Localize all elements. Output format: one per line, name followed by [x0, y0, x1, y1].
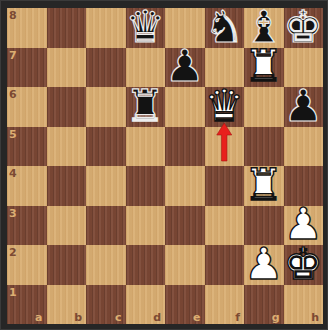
square-e7[interactable]: ♟: [165, 48, 205, 88]
square-f4[interactable]: [205, 166, 245, 206]
square-h8[interactable]: ♚: [284, 8, 324, 48]
piece-white-king-h2[interactable]: ♚: [284, 245, 324, 285]
file-label-d: d: [153, 312, 161, 323]
square-a1[interactable]: 1a: [7, 285, 47, 325]
square-b4[interactable]: [47, 166, 87, 206]
square-f5[interactable]: [205, 127, 245, 167]
square-h1[interactable]: h: [284, 285, 324, 325]
piece-black-knight-f8[interactable]: ♞: [205, 8, 245, 48]
square-g4[interactable]: ♜: [244, 166, 284, 206]
file-label-c: c: [115, 312, 122, 323]
piece-white-rook-g4[interactable]: ♜: [244, 166, 284, 206]
square-c8[interactable]: [86, 8, 126, 48]
square-h5[interactable]: [284, 127, 324, 167]
square-e1[interactable]: e: [165, 285, 205, 325]
rank-label-7: 7: [9, 50, 17, 61]
square-b5[interactable]: [47, 127, 87, 167]
rank-label-4: 4: [9, 168, 17, 179]
square-c6[interactable]: [86, 87, 126, 127]
square-d2[interactable]: [126, 245, 166, 285]
square-a3[interactable]: 3: [7, 206, 47, 246]
square-g1[interactable]: g: [244, 285, 284, 325]
square-g6[interactable]: [244, 87, 284, 127]
square-a8[interactable]: 8: [7, 8, 47, 48]
square-f2[interactable]: [205, 245, 245, 285]
piece-black-queen-d8[interactable]: ♛: [126, 8, 166, 48]
rank-label-5: 5: [9, 129, 17, 140]
piece-black-rook-d6[interactable]: ♜: [126, 87, 166, 127]
rank-label-3: 3: [9, 208, 17, 219]
piece-black-king-h8[interactable]: ♚: [284, 8, 324, 48]
square-d5[interactable]: [126, 127, 166, 167]
square-g2[interactable]: ♟: [244, 245, 284, 285]
piece-black-pawn-e7[interactable]: ♟: [165, 48, 205, 88]
square-e6[interactable]: [165, 87, 205, 127]
square-c7[interactable]: [86, 48, 126, 88]
square-a6[interactable]: 6: [7, 87, 47, 127]
square-e2[interactable]: [165, 245, 205, 285]
square-e4[interactable]: [165, 166, 205, 206]
rank-label-6: 6: [9, 89, 17, 100]
file-label-b: b: [74, 312, 82, 323]
square-b7[interactable]: [47, 48, 87, 88]
file-label-e: e: [193, 312, 200, 323]
square-b2[interactable]: [47, 245, 87, 285]
file-label-a: a: [35, 312, 42, 323]
square-d1[interactable]: d: [126, 285, 166, 325]
square-a5[interactable]: 5: [7, 127, 47, 167]
square-f6[interactable]: ♛: [205, 87, 245, 127]
square-g7[interactable]: ♜: [244, 48, 284, 88]
square-d3[interactable]: [126, 206, 166, 246]
square-b3[interactable]: [47, 206, 87, 246]
square-c3[interactable]: [86, 206, 126, 246]
piece-white-rook-g7[interactable]: ♜: [244, 48, 284, 88]
piece-black-pawn-h6[interactable]: ♟: [284, 87, 324, 127]
square-c5[interactable]: [86, 127, 126, 167]
file-label-f: f: [235, 312, 240, 323]
square-d6[interactable]: ♜: [126, 87, 166, 127]
rank-label-8: 8: [9, 10, 17, 21]
square-e5[interactable]: [165, 127, 205, 167]
square-b8[interactable]: [47, 8, 87, 48]
square-b6[interactable]: [47, 87, 87, 127]
square-a2[interactable]: 2: [7, 245, 47, 285]
square-d4[interactable]: [126, 166, 166, 206]
square-f3[interactable]: [205, 206, 245, 246]
chess-board: 8♛♞♝♚7♟♜6♜♛♟54♜3♟2♟♚1abcdefgh: [7, 8, 323, 324]
rank-label-2: 2: [9, 247, 17, 258]
piece-white-queen-f6[interactable]: ♛: [205, 87, 245, 127]
square-b1[interactable]: b: [47, 285, 87, 325]
piece-white-pawn-g2[interactable]: ♟: [244, 245, 284, 285]
square-e3[interactable]: [165, 206, 205, 246]
file-label-g: g: [272, 312, 280, 323]
square-d8[interactable]: ♛: [126, 8, 166, 48]
square-f1[interactable]: f: [205, 285, 245, 325]
board-frame: 8♛♞♝♚7♟♜6♜♛♟54♜3♟2♟♚1abcdefgh: [0, 0, 328, 330]
rank-label-1: 1: [9, 287, 17, 298]
file-label-h: h: [311, 312, 319, 323]
square-c1[interactable]: c: [86, 285, 126, 325]
square-a4[interactable]: 4: [7, 166, 47, 206]
square-f8[interactable]: ♞: [205, 8, 245, 48]
square-c2[interactable]: [86, 245, 126, 285]
square-h2[interactable]: ♚: [284, 245, 324, 285]
square-c4[interactable]: [86, 166, 126, 206]
square-h6[interactable]: ♟: [284, 87, 324, 127]
square-a7[interactable]: 7: [7, 48, 47, 88]
